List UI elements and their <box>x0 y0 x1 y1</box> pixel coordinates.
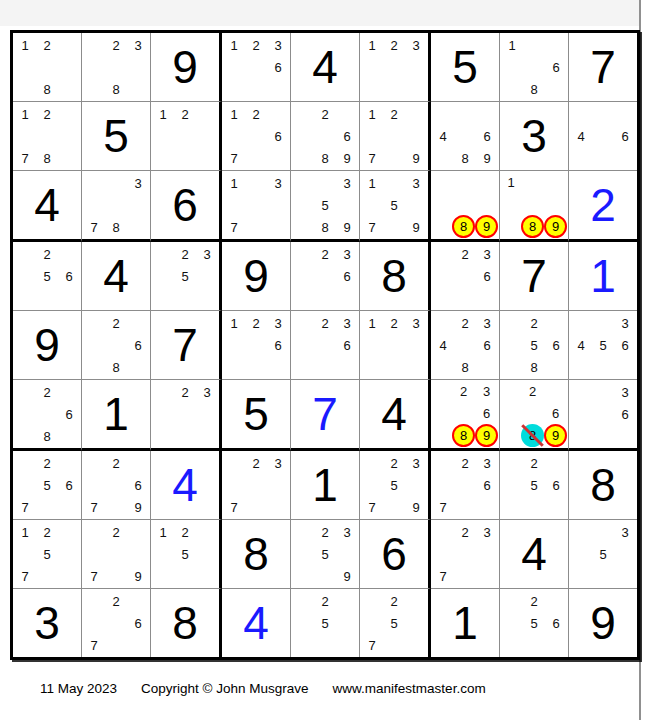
candidate-slot-5 <box>36 125 58 147</box>
candidate-slot-6 <box>58 543 80 565</box>
candidate-3: 3 <box>274 317 281 330</box>
candidate-slot-4 <box>501 334 523 356</box>
candidate-slot-9: 9 <box>475 215 498 238</box>
candidate-slot-2: 2 <box>454 521 476 543</box>
candidate-7: 7 <box>368 221 375 234</box>
cell-r9c7[interactable]: 1 <box>431 589 500 657</box>
candidate-slot-5 <box>245 125 267 147</box>
candidate-slot-7: 7 <box>223 496 245 518</box>
candidate-slot-3 <box>544 172 567 194</box>
pencil-marks: 279 <box>83 521 149 587</box>
candidate-slot-1 <box>501 312 523 334</box>
sudoku-board: 1282389123641235168712785121267268912794… <box>10 30 640 660</box>
given-digit: 9 <box>569 589 637 657</box>
candidate-slot-3: 3 <box>196 381 218 403</box>
cell-r3c7[interactable]: 89 <box>431 171 500 242</box>
candidate-4: 4 <box>577 130 584 143</box>
candidate-slot-8 <box>592 147 614 169</box>
candidate-slot-8 <box>105 634 127 656</box>
cell-r9c8[interactable]: 256 <box>500 589 569 657</box>
cell-r6c5[interactable]: 7 <box>291 380 360 451</box>
candidate-slot-1 <box>83 312 105 334</box>
candidate-slot-4 <box>152 543 174 565</box>
candidate-7: 7 <box>230 152 237 165</box>
candidate-slot-1: 1 <box>14 34 36 56</box>
candidate-slot-9 <box>196 565 218 587</box>
candidate-slot-3: 3 <box>614 312 636 334</box>
cell-r5c4[interactable]: 1236 <box>222 311 291 380</box>
cell-r3c8[interactable]: 189 <box>500 171 569 242</box>
cell-r6c1[interactable]: 268 <box>13 380 82 451</box>
candidate-slot-4 <box>83 612 105 634</box>
cell-r8c5[interactable]: 2359 <box>291 520 360 589</box>
candidate-slot-2 <box>521 172 544 194</box>
candidate-slot-7 <box>14 425 36 447</box>
cell-r5c6[interactable]: 123 <box>360 311 431 380</box>
candidate-slot-3: 3 <box>405 172 427 194</box>
cell-r9c5[interactable]: 25 <box>291 589 360 657</box>
cell-r4c6[interactable]: 8 <box>360 242 431 311</box>
cell-r3c3[interactable]: 6 <box>151 171 222 242</box>
cell-r2c4[interactable]: 1267 <box>222 102 291 171</box>
cell-r1c9[interactable]: 7 <box>569 33 637 102</box>
candidate-2: 2 <box>43 39 50 52</box>
candidate-slot-2: 2 <box>314 312 336 334</box>
candidate-2: 2 <box>321 317 328 330</box>
candidate-slot-4 <box>292 543 314 565</box>
candidate-slot-2: 2 <box>245 312 267 334</box>
cell-r8c7[interactable]: 237 <box>431 520 500 589</box>
candidate-slot-2: 2 <box>383 590 405 612</box>
candidate-1: 1 <box>507 176 514 189</box>
cell-r1c3[interactable]: 9 <box>151 33 222 102</box>
candidate-slot-9: 9 <box>336 216 358 238</box>
candidate-1: 1 <box>230 39 237 52</box>
cell-r9c1[interactable]: 3 <box>13 589 82 657</box>
candidate-3: 3 <box>134 39 141 52</box>
pencil-marks: 237 <box>432 521 498 587</box>
candidate-slot-6: 6 <box>127 612 149 634</box>
candidate-3: 3 <box>343 526 350 539</box>
cell-r8c1[interactable]: 1257 <box>13 520 82 589</box>
candidate-slot-7: 7 <box>432 565 454 587</box>
candidate-slot-6: 6 <box>475 403 498 425</box>
candidate-slot-6: 6 <box>545 334 567 356</box>
candidate-6: 6 <box>552 479 559 492</box>
candidate-slot-1: 1 <box>152 103 174 125</box>
candidate-slot-1 <box>152 381 174 403</box>
cell-r8c6[interactable]: 6 <box>360 520 431 589</box>
candidate-9-highlight-yellow: 9 <box>475 424 498 447</box>
candidate-slot-2 <box>314 172 336 194</box>
cell-r2c1[interactable]: 1278 <box>13 102 82 171</box>
candidate-slot-5: 5 <box>174 265 196 287</box>
candidate-slot-7 <box>292 356 314 378</box>
pencil-marks: 2679 <box>83 452 149 518</box>
candidate-2: 2 <box>252 39 259 52</box>
cell-r2c6[interactable]: 1279 <box>360 102 431 171</box>
candidate-slot-7: 7 <box>361 496 383 518</box>
candidate-3: 3 <box>412 177 419 190</box>
candidate-3: 3 <box>343 248 350 261</box>
candidate-6: 6 <box>65 408 72 421</box>
candidate-5: 5 <box>390 199 397 212</box>
candidate-slot-7: 7 <box>14 496 36 518</box>
given-digit: 4 <box>500 520 568 588</box>
candidate-slot-1 <box>432 103 454 125</box>
candidate-slot-5 <box>314 334 336 356</box>
cell-r2c2[interactable]: 5 <box>82 102 151 171</box>
given-digit: 8 <box>360 242 428 310</box>
cell-r8c2[interactable]: 279 <box>82 520 151 589</box>
cell-r5c3[interactable]: 7 <box>151 311 222 380</box>
candidate-3: 3 <box>412 39 419 52</box>
candidate-5: 5 <box>181 270 188 283</box>
cell-r5c2[interactable]: 268 <box>82 311 151 380</box>
cell-r3c6[interactable]: 13579 <box>360 171 431 242</box>
cell-r6c2[interactable]: 1 <box>82 380 151 451</box>
candidate-slot-5 <box>245 194 267 216</box>
candidate-1: 1 <box>21 526 28 539</box>
candidate-slot-2: 2 <box>245 103 267 125</box>
candidate-slot-8 <box>383 634 405 656</box>
candidate-6: 6 <box>343 270 350 283</box>
cell-r3c9[interactable]: 2 <box>569 171 637 242</box>
cell-r2c8[interactable]: 3 <box>500 102 569 171</box>
cell-r1c8[interactable]: 168 <box>500 33 569 102</box>
candidate-slot-5 <box>454 265 476 287</box>
candidate-slot-1 <box>432 172 452 194</box>
candidate-slot-3: 3 <box>614 381 636 403</box>
candidate-slot-9 <box>58 565 80 587</box>
candidate-2: 2 <box>530 595 537 608</box>
candidate-slot-6: 6 <box>58 403 80 425</box>
pencil-marks: 257 <box>361 590 427 656</box>
given-digit: 5 <box>222 380 290 448</box>
candidate-slot-2 <box>383 172 405 194</box>
pencil-marks: 1279 <box>361 103 427 169</box>
candidate-5: 5 <box>43 270 50 283</box>
candidate-slot-5: 5 <box>383 474 405 496</box>
candidate-slot-2 <box>454 103 476 125</box>
cell-r9c6[interactable]: 257 <box>360 589 431 657</box>
cell-r6c7[interactable]: 23689 <box>431 380 500 451</box>
cell-r6c6[interactable]: 4 <box>360 380 431 451</box>
cell-r7c7[interactable]: 2367 <box>431 451 500 520</box>
candidate-slot-2: 2 <box>245 34 267 56</box>
cell-r5c5[interactable]: 236 <box>291 311 360 380</box>
candidate-3: 3 <box>343 317 350 330</box>
candidate-slot-5 <box>592 403 614 425</box>
candidate-5: 5 <box>321 548 328 561</box>
candidate-slot-5: 5 <box>36 543 58 565</box>
candidate-slot-2: 2 <box>36 521 58 543</box>
candidate-slot-3: 3 <box>405 452 427 474</box>
cell-r3c1[interactable]: 4 <box>13 171 82 242</box>
candidate-slot-5 <box>521 194 544 216</box>
candidate-slot-9 <box>196 425 218 447</box>
candidate-8: 8 <box>321 152 328 165</box>
candidate-2: 2 <box>461 317 468 330</box>
cell-r4c8[interactable]: 7 <box>500 242 569 311</box>
cell-r3c5[interactable]: 3589 <box>291 171 360 242</box>
cell-r7c9[interactable]: 8 <box>569 451 637 520</box>
candidate-1: 1 <box>368 317 375 330</box>
candidate-slot-8 <box>383 496 405 518</box>
cell-r7c3[interactable]: 4 <box>151 451 222 520</box>
candidate-3: 3 <box>343 177 350 190</box>
candidate-7: 7 <box>368 639 375 652</box>
candidate-slot-2 <box>245 172 267 194</box>
candidate-slot-9 <box>127 78 149 100</box>
cell-r9c2[interactable]: 267 <box>82 589 151 657</box>
candidate-slot-9: 9 <box>544 424 567 447</box>
candidate-slot-5: 5 <box>523 612 545 634</box>
candidate-4: 4 <box>577 339 584 352</box>
cell-r7c6[interactable]: 23579 <box>360 451 431 520</box>
pencil-marks: 25 <box>292 590 358 656</box>
cell-r1c5[interactable]: 4 <box>291 33 360 102</box>
pencil-marks: 235 <box>152 243 218 309</box>
candidate-slot-2: 2 <box>454 452 476 474</box>
candidate-slot-2: 2 <box>36 452 58 474</box>
cell-r7c2[interactable]: 2679 <box>82 451 151 520</box>
cell-r8c9[interactable]: 35 <box>569 520 637 589</box>
candidate-slot-8 <box>383 147 405 169</box>
candidate-5: 5 <box>599 548 606 561</box>
candidate-3: 3 <box>134 177 141 190</box>
candidate-slot-7 <box>570 147 592 169</box>
candidate-slot-7 <box>292 634 314 656</box>
candidate-slot-8: 8 <box>454 147 476 169</box>
candidate-slot-2: 2 <box>36 243 58 265</box>
candidate-slot-9: 9 <box>336 565 358 587</box>
candidate-slot-6: 6 <box>545 56 567 78</box>
candidate-slot-4 <box>83 474 105 496</box>
cell-r1c2[interactable]: 238 <box>82 33 151 102</box>
candidate-slot-8: 8 <box>105 78 127 100</box>
candidate-9: 9 <box>343 221 350 234</box>
candidate-7: 7 <box>368 152 375 165</box>
candidate-9: 9 <box>412 501 419 514</box>
cell-r7c8[interactable]: 256 <box>500 451 569 520</box>
candidate-2: 2 <box>181 526 188 539</box>
candidate-slot-9 <box>545 634 567 656</box>
cell-r6c4[interactable]: 5 <box>222 380 291 451</box>
cell-r4c9[interactable]: 1 <box>569 242 637 311</box>
candidate-7: 7 <box>90 570 97 583</box>
cell-r4c5[interactable]: 236 <box>291 242 360 311</box>
candidate-slot-7 <box>152 147 174 169</box>
cell-r4c7[interactable]: 236 <box>431 242 500 311</box>
candidate-1: 1 <box>230 177 237 190</box>
candidate-2: 2 <box>112 39 119 52</box>
pencil-marks: 4689 <box>432 103 498 169</box>
candidate-6: 6 <box>483 270 490 283</box>
cell-r8c8[interactable]: 4 <box>500 520 569 589</box>
candidate-slot-4: 4 <box>432 334 454 356</box>
candidate-2: 2 <box>390 108 397 121</box>
candidate-slot-7 <box>501 215 521 238</box>
candidate-slot-5 <box>245 474 267 496</box>
candidate-slot-7: 7 <box>14 147 36 169</box>
pencil-marks: 36 <box>570 381 636 447</box>
pencil-marks: 23689 <box>432 381 498 447</box>
candidate-slot-5: 5 <box>523 474 545 496</box>
candidate-slot-2: 2 <box>383 452 405 474</box>
candidate-slot-6 <box>127 56 149 78</box>
given-digit: 6 <box>360 520 428 588</box>
cell-r1c1[interactable]: 128 <box>13 33 82 102</box>
candidate-slot-2: 2 <box>314 243 336 265</box>
candidate-slot-6: 6 <box>336 334 358 356</box>
candidate-slot-3 <box>58 103 80 125</box>
cell-r7c5[interactable]: 1 <box>291 451 360 520</box>
candidate-6: 6 <box>343 130 350 143</box>
cell-r5c9[interactable]: 3456 <box>569 311 637 380</box>
candidate-slot-6: 6 <box>267 125 289 147</box>
candidate-6: 6 <box>483 407 490 420</box>
cell-r3c4[interactable]: 137 <box>222 171 291 242</box>
pencil-marks: 13579 <box>361 172 427 238</box>
candidate-slot-6 <box>336 612 358 634</box>
cell-r7c1[interactable]: 2567 <box>13 451 82 520</box>
candidate-slot-5 <box>105 56 127 78</box>
candidate-slot-7 <box>152 565 174 587</box>
cell-r5c8[interactable]: 2568 <box>500 311 569 380</box>
candidate-slot-6 <box>196 403 218 425</box>
candidate-slot-1 <box>152 243 174 265</box>
candidate-2: 2 <box>43 386 50 399</box>
candidate-slot-2: 2 <box>36 103 58 125</box>
given-digit: 5 <box>431 33 499 101</box>
candidate-9: 9 <box>343 152 350 165</box>
candidate-slot-4 <box>292 612 314 634</box>
candidate-6: 6 <box>274 130 281 143</box>
candidate-slot-8 <box>454 565 476 587</box>
candidate-slot-8 <box>454 287 476 309</box>
candidate-slot-1 <box>570 381 592 403</box>
pencil-marks: 268 <box>14 381 80 447</box>
candidate-slot-9: 9 <box>127 565 149 587</box>
candidate-slot-3 <box>196 521 218 543</box>
candidate-slot-4 <box>83 194 105 216</box>
cell-r4c4[interactable]: 9 <box>222 242 291 311</box>
pencil-marks: 3589 <box>292 172 358 238</box>
candidate-slot-7: 7 <box>223 147 245 169</box>
cell-r1c6[interactable]: 123 <box>360 33 431 102</box>
candidate-slot-6 <box>267 474 289 496</box>
candidate-slot-2: 2 <box>523 312 545 334</box>
footer-date: 11 May 2023 <box>40 681 117 697</box>
candidate-slot-5 <box>523 56 545 78</box>
cell-r9c9[interactable]: 9 <box>569 589 637 657</box>
candidate-3: 3 <box>203 386 210 399</box>
cell-r9c3[interactable]: 8 <box>151 589 222 657</box>
candidate-slot-1 <box>432 452 454 474</box>
given-digit: 4 <box>82 242 150 310</box>
cell-r6c9[interactable]: 36 <box>569 380 637 451</box>
candidate-slot-6 <box>196 543 218 565</box>
candidate-6: 6 <box>65 270 72 283</box>
candidate-2: 2 <box>390 595 397 608</box>
candidate-slot-4 <box>83 543 105 565</box>
candidate-slot-3: 3 <box>614 521 636 543</box>
cell-r2c7[interactable]: 4689 <box>431 102 500 171</box>
pencil-marks: 12 <box>152 103 218 169</box>
cell-r7c4[interactable]: 237 <box>222 451 291 520</box>
cell-r2c3[interactable]: 12 <box>151 102 222 171</box>
cell-r2c5[interactable]: 2689 <box>291 102 360 171</box>
candidate-slot-5: 5 <box>383 612 405 634</box>
cell-r4c2[interactable]: 4 <box>82 242 151 311</box>
candidate-8: 8 <box>461 152 468 165</box>
candidate-slot-8 <box>314 634 336 656</box>
candidate-slot-2 <box>452 172 475 194</box>
candidate-slot-2: 2 <box>314 521 336 543</box>
candidate-slot-3: 3 <box>336 243 358 265</box>
candidate-slot-5: 5 <box>314 194 336 216</box>
candidate-slot-8 <box>592 565 614 587</box>
candidate-slot-4 <box>223 125 245 147</box>
candidate-slot-6: 6 <box>476 265 498 287</box>
candidate-slot-1: 1 <box>361 312 383 334</box>
candidate-2: 2 <box>321 595 328 608</box>
cell-r1c4[interactable]: 1236 <box>222 33 291 102</box>
candidate-7: 7 <box>230 221 237 234</box>
candidate-2: 2 <box>181 248 188 261</box>
candidate-slot-9: 9 <box>475 424 498 447</box>
candidate-8: 8 <box>112 221 119 234</box>
candidate-slot-2 <box>523 34 545 56</box>
cell-r4c3[interactable]: 235 <box>151 242 222 311</box>
candidate-slot-1 <box>83 521 105 543</box>
cell-r3c2[interactable]: 378 <box>82 171 151 242</box>
candidate-2: 2 <box>43 108 50 121</box>
candidate-slot-9 <box>127 634 149 656</box>
cell-r5c1[interactable]: 9 <box>13 311 82 380</box>
entered-digit: 4 <box>222 589 290 657</box>
candidate-slot-5 <box>452 403 475 425</box>
candidate-slot-8 <box>245 216 267 238</box>
candidate-slot-8 <box>245 496 267 518</box>
cell-r5c7[interactable]: 23468 <box>431 311 500 380</box>
cell-r6c8[interactable]: 2689 <box>500 380 569 451</box>
cell-r9c4[interactable]: 4 <box>222 589 291 657</box>
candidate-slot-5: 5 <box>523 334 545 356</box>
candidate-slot-1 <box>292 243 314 265</box>
candidate-3: 3 <box>621 526 628 539</box>
candidate-6: 6 <box>621 339 628 352</box>
pencil-marks: 23 <box>152 381 218 447</box>
candidate-slot-4 <box>14 265 36 287</box>
candidate-6: 6 <box>621 130 628 143</box>
candidate-slot-3 <box>127 590 149 612</box>
pencil-marks: 2367 <box>432 452 498 518</box>
candidate-slot-9: 9 <box>405 147 427 169</box>
candidate-5: 5 <box>390 617 397 630</box>
cell-r6c3[interactable]: 23 <box>151 380 222 451</box>
cell-r4c1[interactable]: 256 <box>13 242 82 311</box>
candidate-2: 2 <box>43 248 50 261</box>
candidate-slot-1 <box>432 243 454 265</box>
cell-r8c4[interactable]: 8 <box>222 520 291 589</box>
candidate-slot-4 <box>152 265 174 287</box>
cell-r1c7[interactable]: 5 <box>431 33 500 102</box>
cell-r8c3[interactable]: 125 <box>151 520 222 589</box>
candidate-8: 8 <box>321 221 328 234</box>
cell-r2c9[interactable]: 46 <box>569 102 637 171</box>
